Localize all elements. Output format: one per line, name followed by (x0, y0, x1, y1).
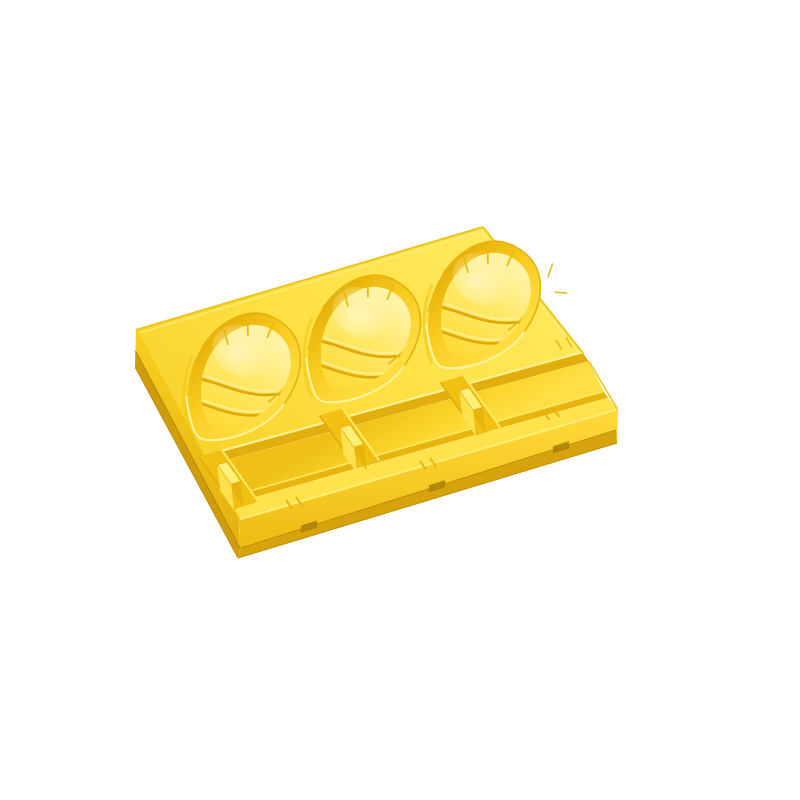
product-photo-canvas (0, 0, 800, 800)
popsicle-mold-photo (0, 0, 800, 800)
popsicle-mold (135, 214, 618, 558)
